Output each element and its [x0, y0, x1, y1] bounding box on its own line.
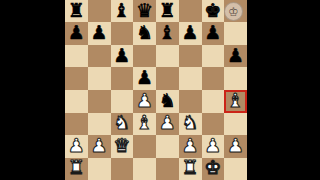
- square-h2[interactable]: ♟: [224, 135, 247, 157]
- square-f8[interactable]: [179, 0, 202, 22]
- square-f6[interactable]: [179, 45, 202, 67]
- square-g6[interactable]: [202, 45, 225, 67]
- square-h3[interactable]: [224, 113, 247, 135]
- piece-white-pawn: ♟: [204, 136, 221, 155]
- piece-black-rook: ♜: [159, 1, 176, 20]
- piece-white-pawn: ♟: [159, 113, 176, 132]
- square-g5[interactable]: [202, 67, 225, 89]
- square-b5[interactable]: [88, 67, 111, 89]
- square-c8[interactable]: ♝: [111, 0, 134, 22]
- piece-black-pawn: ♟: [91, 23, 108, 42]
- piece-white-rook: ♜: [182, 158, 199, 177]
- square-d8[interactable]: ♛: [133, 0, 156, 22]
- square-c4[interactable]: [111, 90, 134, 113]
- square-g1[interactable]: ♚: [202, 158, 225, 180]
- piece-white-bishop: ♝: [136, 113, 153, 132]
- piece-black-knight: ♞: [136, 23, 153, 42]
- piece-black-knight: ♞: [159, 91, 176, 110]
- square-d4[interactable]: ♟: [133, 90, 156, 113]
- piece-black-rook: ♜: [68, 1, 85, 20]
- square-b2[interactable]: ♟: [88, 135, 111, 157]
- square-a5[interactable]: [65, 67, 88, 89]
- square-g4[interactable]: [202, 90, 225, 113]
- piece-white-pawn: ♟: [68, 136, 85, 155]
- square-a1[interactable]: ♜: [65, 158, 88, 180]
- square-a4[interactable]: [65, 90, 88, 113]
- square-e6[interactable]: [156, 45, 179, 67]
- piece-white-pawn: ♟: [227, 136, 244, 155]
- piece-white-king: ♚: [204, 158, 221, 177]
- square-h6[interactable]: ♟: [224, 45, 247, 67]
- square-d7[interactable]: ♞: [133, 22, 156, 44]
- piece-black-bishop: ♝: [159, 23, 176, 42]
- piece-white-bishop: ♝: [227, 91, 244, 110]
- square-a8[interactable]: ♜: [65, 0, 88, 22]
- piece-black-bishop: ♝: [113, 1, 130, 20]
- square-c7[interactable]: [111, 22, 134, 44]
- square-d2[interactable]: [133, 135, 156, 157]
- square-e7[interactable]: ♝: [156, 22, 179, 44]
- piece-white-pawn: ♟: [136, 91, 153, 110]
- piece-black-pawn: ♟: [113, 46, 130, 65]
- piece-white-queen: ♛: [113, 136, 130, 155]
- square-f5[interactable]: [179, 67, 202, 89]
- piece-black-pawn: ♟: [182, 23, 199, 42]
- piece-white-knight: ♞: [182, 113, 199, 132]
- piece-white-rook: ♜: [68, 158, 85, 177]
- square-d5[interactable]: ♟: [133, 67, 156, 89]
- chess-board: ♜♝♛♜♚♟♟♞♝♟♟♟♟♟♟♞♝♞♝♟♞♟♟♛♟♟♟♜♜♚: [65, 0, 247, 180]
- video-frame: ♜♝♛♜♚♟♟♞♝♟♟♟♟♟♟♞♝♞♝♟♞♟♟♛♟♟♟♜♜♚ ♔: [0, 0, 320, 180]
- channel-watermark: ♔: [224, 2, 243, 21]
- square-f2[interactable]: ♟: [179, 135, 202, 157]
- square-b8[interactable]: [88, 0, 111, 22]
- square-d6[interactable]: [133, 45, 156, 67]
- square-e8[interactable]: ♜: [156, 0, 179, 22]
- piece-black-pawn: ♟: [227, 46, 244, 65]
- square-e3[interactable]: ♟: [156, 113, 179, 135]
- square-h5[interactable]: [224, 67, 247, 89]
- square-b6[interactable]: [88, 45, 111, 67]
- piece-black-pawn: ♟: [68, 23, 85, 42]
- square-g2[interactable]: ♟: [202, 135, 225, 157]
- square-a7[interactable]: ♟: [65, 22, 88, 44]
- square-g7[interactable]: ♟: [202, 22, 225, 44]
- square-h7[interactable]: [224, 22, 247, 44]
- square-c2[interactable]: ♛: [111, 135, 134, 157]
- square-d3[interactable]: ♝: [133, 113, 156, 135]
- square-f7[interactable]: ♟: [179, 22, 202, 44]
- square-e5[interactable]: [156, 67, 179, 89]
- square-e2[interactable]: [156, 135, 179, 157]
- watermark-king-icon: ♔: [228, 6, 239, 18]
- piece-black-pawn: ♟: [136, 68, 153, 87]
- square-a3[interactable]: [65, 113, 88, 135]
- piece-white-pawn: ♟: [91, 136, 108, 155]
- square-e1[interactable]: [156, 158, 179, 180]
- square-f1[interactable]: ♜: [179, 158, 202, 180]
- square-b1[interactable]: [88, 158, 111, 180]
- square-e4[interactable]: ♞: [156, 90, 179, 113]
- piece-black-queen: ♛: [136, 1, 153, 20]
- square-h1[interactable]: [224, 158, 247, 180]
- piece-white-pawn: ♟: [182, 136, 199, 155]
- square-h4[interactable]: ♝: [224, 90, 247, 113]
- square-f4[interactable]: [179, 90, 202, 113]
- piece-black-pawn: ♟: [204, 23, 221, 42]
- square-a2[interactable]: ♟: [65, 135, 88, 157]
- square-b4[interactable]: [88, 90, 111, 113]
- square-c6[interactable]: ♟: [111, 45, 134, 67]
- square-d1[interactable]: [133, 158, 156, 180]
- square-g8[interactable]: ♚: [202, 0, 225, 22]
- piece-black-king: ♚: [204, 1, 221, 20]
- square-f3[interactable]: ♞: [179, 113, 202, 135]
- square-g3[interactable]: [202, 113, 225, 135]
- square-c5[interactable]: [111, 67, 134, 89]
- square-b7[interactable]: ♟: [88, 22, 111, 44]
- square-a6[interactable]: [65, 45, 88, 67]
- square-b3[interactable]: [88, 113, 111, 135]
- square-c3[interactable]: ♞: [111, 113, 134, 135]
- square-c1[interactable]: [111, 158, 134, 180]
- piece-white-knight: ♞: [113, 113, 130, 132]
